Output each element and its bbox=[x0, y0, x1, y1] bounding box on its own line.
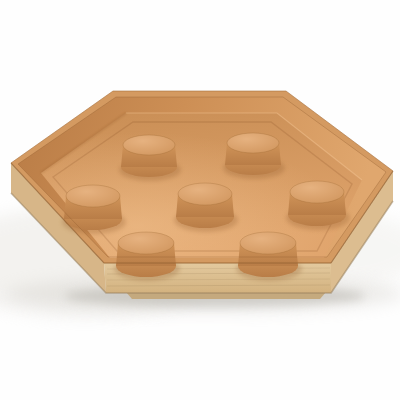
stud-top bbox=[66, 185, 120, 207]
stud-3 bbox=[62, 185, 126, 234]
stud-top bbox=[178, 183, 232, 205]
stud-top bbox=[227, 133, 279, 153]
stud-top bbox=[290, 181, 344, 203]
stud-5 bbox=[286, 181, 350, 230]
hexagonal-stud-tray-photo bbox=[0, 0, 400, 400]
stud-1 bbox=[119, 135, 181, 181]
stud-2 bbox=[223, 133, 285, 179]
stud-top bbox=[123, 135, 175, 155]
stud-4 bbox=[174, 183, 238, 232]
photo-canvas bbox=[0, 0, 400, 400]
stud-top bbox=[240, 232, 296, 254]
stud-top bbox=[118, 232, 174, 254]
